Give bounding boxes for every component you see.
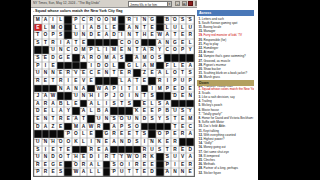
grid-cell[interactable]: E: [72, 100, 80, 108]
grid-cell[interactable]: E: [141, 107, 149, 115]
grid-cell[interactable]: 2A: [42, 16, 50, 24]
grid-cell[interactable]: 36A: [141, 46, 149, 54]
grid-cell[interactable]: 10M: [110, 16, 118, 24]
grid-cell[interactable]: 104H: [49, 138, 57, 146]
grid-cell[interactable]: 16O: [171, 16, 179, 24]
grid-cell[interactable]: A: [80, 168, 88, 176]
grid-cell[interactable]: N: [118, 138, 126, 146]
grid-cell[interactable]: T: [49, 115, 57, 123]
grid-cell[interactable]: L: [80, 138, 88, 146]
down-clue-list[interactable]: 1. Squad whose colors match the New York…: [197, 87, 254, 179]
grid-cell[interactable]: T: [57, 146, 65, 154]
grid-cell[interactable]: 37R: [148, 46, 156, 54]
grid-cell[interactable]: 112D: [186, 146, 194, 154]
grid-cell[interactable]: S: [125, 100, 133, 108]
grid-cell[interactable]: E: [49, 146, 57, 154]
grid-cell[interactable]: 79A: [164, 100, 172, 108]
grid-cell[interactable]: E: [148, 161, 156, 169]
grid-cell[interactable]: 38S: [34, 54, 42, 62]
grid-cell[interactable]: 77E: [141, 100, 149, 108]
grid-cell[interactable]: 48A: [186, 62, 194, 70]
grid-cell[interactable]: 20L: [72, 24, 80, 32]
grid-cell[interactable]: 100O: [156, 130, 164, 138]
grid-cell[interactable]: B: [164, 107, 172, 115]
grid-cell[interactable]: 88U: [95, 115, 103, 123]
grid-cell[interactable]: A: [64, 85, 72, 93]
grid-cell[interactable]: 62W: [95, 85, 103, 93]
grid-cell[interactable]: T: [171, 31, 179, 39]
grid-cell[interactable]: 4L: [57, 16, 65, 24]
grid-cell[interactable]: O: [57, 24, 65, 32]
grid-cell[interactable]: 8O: [95, 16, 103, 24]
clue-item[interactable]: 24. Vampire that's gone swimming?: [197, 54, 254, 58]
grid-cell[interactable]: 118W: [125, 153, 133, 161]
grid-cell[interactable]: R: [80, 161, 88, 169]
grid-cell[interactable]: A: [49, 100, 57, 108]
grid-cell[interactable]: 116T: [110, 153, 118, 161]
grid-cell[interactable]: A: [87, 24, 95, 32]
grid-cell[interactable]: A: [164, 31, 172, 39]
grid-cell[interactable]: N: [171, 168, 179, 176]
grid-cell[interactable]: E: [171, 85, 179, 93]
grid-cell[interactable]: 30A: [156, 39, 164, 47]
grid-cell[interactable]: 90O: [118, 115, 126, 123]
grid-view-button[interactable]: ▦: [182, 1, 187, 6]
grid-cell[interactable]: 111E: [179, 146, 187, 154]
grid-cell[interactable]: K: [148, 153, 156, 161]
grid-cell[interactable]: D: [87, 31, 95, 39]
grid-cell[interactable]: I: [95, 153, 103, 161]
grid-cell[interactable]: M: [148, 62, 156, 70]
grid-cell[interactable]: R: [87, 54, 95, 62]
grid-cell[interactable]: R: [42, 168, 50, 176]
grid-cell[interactable]: E: [118, 46, 126, 54]
grid-cell[interactable]: L: [49, 107, 57, 115]
grid-cell[interactable]: M: [49, 24, 57, 32]
grid-cell[interactable]: E: [186, 85, 194, 93]
grid-cell[interactable]: N: [103, 69, 111, 77]
grid-cell[interactable]: 87A: [72, 115, 80, 123]
grid-cell[interactable]: E: [64, 115, 72, 123]
grid-cell[interactable]: 106N: [95, 138, 103, 146]
grid-cell[interactable]: 124P: [164, 161, 172, 169]
grid-cell[interactable]: N: [133, 92, 141, 100]
grid-cell[interactable]: 78S: [156, 100, 164, 108]
grid-cell[interactable]: 128A: [164, 168, 172, 176]
grid-cell[interactable]: 91U: [125, 115, 133, 123]
grid-cell[interactable]: O: [118, 161, 126, 169]
grid-cell[interactable]: A: [186, 153, 194, 161]
grid-cell[interactable]: E: [87, 130, 95, 138]
grid-cell[interactable]: E: [49, 62, 57, 70]
grid-cell[interactable]: U: [118, 168, 126, 176]
grid-cell[interactable]: T: [49, 77, 57, 85]
grid-cell[interactable]: 53E: [80, 69, 88, 77]
grid-cell[interactable]: 83U: [171, 107, 179, 115]
grid-cell[interactable]: 56A: [156, 69, 164, 77]
grid-cell[interactable]: T: [118, 100, 126, 108]
grid-cell[interactable]: A: [87, 161, 95, 169]
grid-cell[interactable]: 42P: [34, 62, 42, 70]
grid-cell[interactable]: E: [164, 138, 172, 146]
grid-cell[interactable]: 6C: [80, 16, 88, 24]
grid-cell[interactable]: 58L: [118, 77, 126, 85]
grid-cell[interactable]: N: [72, 85, 80, 93]
grid-cell[interactable]: D: [95, 62, 103, 70]
grid-cell[interactable]: 120S: [164, 153, 172, 161]
grid-cell[interactable]: 114H: [72, 153, 80, 161]
grid-cell[interactable]: A: [125, 77, 133, 85]
grid-cell[interactable]: R: [171, 138, 179, 146]
grid-cell[interactable]: O: [133, 39, 141, 47]
grid-cell[interactable]: S: [125, 123, 133, 131]
grid-cell[interactable]: 40A: [80, 54, 88, 62]
grid-cell[interactable]: T: [133, 31, 141, 39]
grid-cell[interactable]: H: [141, 31, 149, 39]
grid-cell[interactable]: R: [49, 39, 57, 47]
grid-cell[interactable]: P: [156, 107, 164, 115]
grid-cell[interactable]: S: [57, 31, 65, 39]
grid-cell[interactable]: O: [148, 54, 156, 62]
grid-cell[interactable]: L: [164, 69, 172, 77]
grid-cell[interactable]: 122O: [72, 161, 80, 169]
grid-cell[interactable]: C: [87, 69, 95, 77]
grid-cell[interactable]: 31U: [49, 46, 57, 54]
grid-cell[interactable]: O: [125, 39, 133, 47]
grid-cell[interactable]: T: [72, 39, 80, 47]
grid-cell[interactable]: R: [57, 77, 65, 85]
grid-cell[interactable]: E: [57, 161, 65, 169]
grid-cell[interactable]: 9O: [103, 16, 111, 24]
grid-cell[interactable]: R: [42, 100, 50, 108]
grid-cell[interactable]: 15B: [164, 16, 172, 24]
grid-cell[interactable]: 11R: [125, 16, 133, 24]
grid-cell[interactable]: 39E: [42, 54, 50, 62]
grid-cell[interactable]: R: [171, 146, 179, 154]
grid-cell[interactable]: M: [103, 54, 111, 62]
grid-cell[interactable]: 69U: [72, 92, 80, 100]
grid-cell[interactable]: 13N: [141, 16, 149, 24]
grid-cell[interactable]: 28A: [64, 39, 72, 47]
grid-cell[interactable]: E: [148, 107, 156, 115]
grid-cell[interactable]: 109R: [87, 146, 95, 154]
grid-cell[interactable]: 75L: [64, 100, 72, 108]
grid-cell[interactable]: I: [125, 92, 133, 100]
grid-cell[interactable]: S: [148, 92, 156, 100]
grid-cell[interactable]: I: [64, 77, 72, 85]
grid-cell[interactable]: 107N: [148, 138, 156, 146]
grid-cell[interactable]: A: [103, 146, 111, 154]
grid-cell[interactable]: E: [64, 54, 72, 62]
grid-cell[interactable]: S: [186, 69, 194, 77]
grid-cell[interactable]: 24U: [72, 31, 80, 39]
grid-cell[interactable]: O: [133, 123, 141, 131]
grid-cell[interactable]: 66J: [34, 92, 42, 100]
grid-cell[interactable]: 59T: [133, 77, 141, 85]
grid-cell[interactable]: L: [133, 62, 141, 70]
grid-cell[interactable]: S: [118, 54, 126, 62]
grid-cell[interactable]: 84S: [179, 107, 187, 115]
grid-cell[interactable]: 63A: [103, 85, 111, 93]
grid-cell[interactable]: 55Z: [141, 69, 149, 77]
grid-cell[interactable]: 86E: [34, 115, 42, 123]
grid-cell[interactable]: 32P: [87, 46, 95, 54]
grid-cell[interactable]: C: [64, 46, 72, 54]
menu-button[interactable]: ≡: [175, 1, 180, 6]
grid-cell[interactable]: O: [64, 138, 72, 146]
grid-cell[interactable]: P: [103, 92, 111, 100]
grid-cell[interactable]: A: [110, 54, 118, 62]
grid-cell[interactable]: 23T: [34, 31, 42, 39]
grid-cell[interactable]: 22L: [164, 24, 172, 32]
grid-cell[interactable]: 93M: [72, 123, 80, 131]
grid-cell[interactable]: N: [103, 115, 111, 123]
grid-cell[interactable]: Z: [49, 123, 57, 131]
grid-cell[interactable]: S: [148, 115, 156, 123]
grid-cell[interactable]: T: [133, 130, 141, 138]
grid-cell[interactable]: E: [57, 123, 65, 131]
grid-cell[interactable]: 115E: [80, 153, 88, 161]
grid-cell[interactable]: 99S: [141, 130, 149, 138]
grid-cell[interactable]: E: [80, 39, 88, 47]
grid-cell[interactable]: E: [110, 24, 118, 32]
grid-cell[interactable]: P: [49, 31, 57, 39]
grid-cell[interactable]: 125P: [34, 168, 42, 176]
grid-cell[interactable]: E: [148, 31, 156, 39]
grid-cell[interactable]: A: [42, 123, 50, 131]
grid-cell[interactable]: N: [49, 69, 57, 77]
grid-cell[interactable]: E: [179, 31, 187, 39]
grid-cell[interactable]: D: [49, 54, 57, 62]
chevron-down-icon[interactable]: ▾: [167, 2, 172, 6]
grid-cell[interactable]: 5P: [72, 16, 80, 24]
grid-cell[interactable]: 72D: [171, 92, 179, 100]
grid-cell[interactable]: T: [42, 39, 50, 47]
grid-cell[interactable]: E: [141, 77, 149, 85]
grid-cell[interactable]: E: [179, 161, 187, 169]
solver-dropdown[interactable]: Jimmy fills in for him ▾: [128, 1, 172, 7]
grid-cell[interactable]: N: [42, 69, 50, 77]
grid-cell[interactable]: Y: [156, 46, 164, 54]
grid-cell[interactable]: 70H: [87, 92, 95, 100]
grid-cell[interactable]: P: [186, 77, 194, 85]
grid-cell[interactable]: T: [133, 168, 141, 176]
grid-cell[interactable]: P: [171, 77, 179, 85]
grid-cell[interactable]: K: [156, 138, 164, 146]
grid-cell[interactable]: L: [87, 107, 95, 115]
grid-cell[interactable]: E: [103, 138, 111, 146]
grid-cell[interactable]: R: [141, 153, 149, 161]
grid-cell[interactable]: 19E: [34, 24, 42, 32]
grid-cell[interactable]: T: [171, 115, 179, 123]
grid-cell[interactable]: 101P: [164, 130, 172, 138]
grid-cell[interactable]: 54E: [118, 69, 126, 77]
grid-cell[interactable]: 57R: [34, 77, 42, 85]
grid-cell[interactable]: 3I: [49, 16, 57, 24]
grid-cell[interactable]: E: [72, 77, 80, 85]
grid-cell[interactable]: 103N: [42, 138, 50, 146]
grid-cell[interactable]: E: [148, 24, 156, 32]
grid-cell[interactable]: 117Y: [118, 153, 126, 161]
grid-cell[interactable]: R: [186, 161, 194, 169]
grid-cell[interactable]: I: [42, 146, 50, 154]
grid-cell[interactable]: D: [125, 138, 133, 146]
grid-cell[interactable]: R: [57, 115, 65, 123]
grid-cell[interactable]: L: [148, 100, 156, 108]
grid-cell[interactable]: N: [57, 46, 65, 54]
grid-cell[interactable]: I: [103, 100, 111, 108]
grid-cell[interactable]: U: [148, 146, 156, 154]
grid-cell[interactable]: 94W: [87, 123, 95, 131]
grid-cell[interactable]: T: [125, 168, 133, 176]
grid-cell[interactable]: E: [42, 77, 50, 85]
grid-cell[interactable]: A: [57, 107, 65, 115]
grid-cell[interactable]: D: [49, 153, 57, 161]
grid-cell[interactable]: I: [141, 138, 149, 146]
grid-cell[interactable]: 65I: [148, 85, 156, 93]
grid-cell[interactable]: R: [125, 69, 133, 77]
grid-cell[interactable]: U: [179, 77, 187, 85]
grid-cell[interactable]: 33L: [95, 46, 103, 54]
grid-cell[interactable]: S: [110, 100, 118, 108]
grid-cell[interactable]: 17S: [179, 16, 187, 24]
grid-cell[interactable]: E: [87, 77, 95, 85]
grid-cell[interactable]: S: [133, 138, 141, 146]
grid-cell[interactable]: E: [148, 69, 156, 77]
grid-cell[interactable]: G: [171, 39, 179, 47]
grid-cell[interactable]: R: [103, 153, 111, 161]
grid-cell[interactable]: U: [171, 153, 179, 161]
grid-cell[interactable]: D: [148, 168, 156, 176]
grid-cell[interactable]: N: [133, 24, 141, 32]
grid-cell[interactable]: E: [64, 146, 72, 154]
grid-cell[interactable]: I: [57, 39, 65, 47]
grid-cell[interactable]: 82K: [133, 107, 141, 115]
grid-cell[interactable]: L: [103, 24, 111, 32]
grid-cell[interactable]: E: [125, 130, 133, 138]
grid-cell[interactable]: O: [103, 62, 111, 70]
grid-cell[interactable]: O: [72, 130, 80, 138]
grid-cell[interactable]: O: [42, 31, 50, 39]
grid-cell[interactable]: G: [57, 54, 65, 62]
grid-cell[interactable]: 102U: [34, 138, 42, 146]
grid-cell[interactable]: 89S: [110, 115, 118, 123]
grid-cell[interactable]: 12I: [133, 16, 141, 24]
grid-cell[interactable]: E: [42, 161, 50, 169]
grid-cell[interactable]: A: [103, 107, 111, 115]
grid-cell[interactable]: D: [87, 153, 95, 161]
grid-cell[interactable]: E: [179, 115, 187, 123]
grid-cell[interactable]: O: [171, 69, 179, 77]
grid-cell[interactable]: R: [95, 123, 103, 131]
grid-cell[interactable]: L: [186, 39, 194, 47]
grid-cell[interactable]: P: [164, 85, 172, 93]
grid-cell[interactable]: E: [49, 168, 57, 176]
grid-cell[interactable]: I: [118, 85, 126, 93]
grid-cell[interactable]: N: [42, 153, 50, 161]
grid-cell[interactable]: D: [179, 85, 187, 93]
grid-cell[interactable]: T: [133, 46, 141, 54]
grid-cell[interactable]: T: [125, 85, 133, 93]
grid-cell[interactable]: 98G: [103, 130, 111, 138]
grid-cell[interactable]: T: [64, 153, 72, 161]
grid-cell[interactable]: 121R: [34, 161, 42, 169]
grid-cell[interactable]: L: [80, 130, 88, 138]
grid-cell[interactable]: U: [171, 24, 179, 32]
grid-cell[interactable]: Y: [156, 115, 164, 123]
grid-cell[interactable]: 105O: [57, 138, 65, 146]
grid-cell[interactable]: 47E: [179, 62, 187, 70]
grid-cell[interactable]: O: [171, 46, 179, 54]
grid-cell[interactable]: A: [110, 138, 118, 146]
grid-cell[interactable]: I: [87, 138, 95, 146]
grid-cell[interactable]: 14G: [148, 16, 156, 24]
grid-cell[interactable]: L: [179, 24, 187, 32]
grid-cell[interactable]: D: [110, 31, 118, 39]
grid-cell[interactable]: M: [80, 46, 88, 54]
grid-cell[interactable]: 61N: [57, 85, 65, 93]
grid-cell[interactable]: I: [95, 92, 103, 100]
grid-cell[interactable]: 119O: [133, 153, 141, 161]
grid-cell[interactable]: 110R: [141, 146, 149, 154]
grid-cell[interactable]: 46L: [171, 62, 179, 70]
grid-cell[interactable]: 127P: [110, 168, 118, 176]
grid-cell[interactable]: 113U: [34, 153, 42, 161]
grid-cell[interactable]: 50E: [57, 69, 65, 77]
grid-cell[interactable]: S: [57, 168, 65, 176]
grid-cell[interactable]: V: [80, 77, 88, 85]
grid-cell[interactable]: 60R: [156, 77, 164, 85]
grid-cell[interactable]: M: [156, 85, 164, 93]
grid-cell[interactable]: 52V: [72, 69, 80, 77]
grid-cell[interactable]: I: [125, 161, 133, 169]
grid-cell[interactable]: E: [118, 130, 126, 138]
grid-cell[interactable]: Y: [186, 46, 194, 54]
grid-cell[interactable]: 43I: [87, 62, 95, 70]
grid-cell[interactable]: R: [179, 130, 187, 138]
grid-cell[interactable]: 49U: [34, 69, 42, 77]
grid-cell[interactable]: E: [141, 168, 149, 176]
grid-cell[interactable]: E: [95, 146, 103, 154]
grid-cell[interactable]: 34I: [103, 46, 111, 54]
grid-cell[interactable]: S: [156, 54, 164, 62]
grid-cell[interactable]: I: [171, 161, 179, 169]
grid-cell[interactable]: N: [42, 115, 50, 123]
grid-cell[interactable]: P: [118, 123, 126, 131]
grid-cell[interactable]: 126W: [72, 168, 80, 176]
grid-cell[interactable]: N: [164, 39, 172, 47]
clue-item[interactable]: 32. Sticker figure: [197, 171, 254, 175]
grid-cell[interactable]: L: [95, 161, 103, 169]
grid-cell[interactable]: 35M: [110, 46, 118, 54]
grid-cell[interactable]: N: [80, 31, 88, 39]
grid-cell[interactable]: 1M: [34, 16, 42, 24]
grid-cell[interactable]: E: [179, 123, 187, 131]
grid-cell[interactable]: N: [125, 31, 133, 39]
grid-cell[interactable]: A: [80, 85, 88, 93]
grid-cell[interactable]: E: [95, 69, 103, 77]
grid-cell[interactable]: M: [186, 115, 194, 123]
grid-cell[interactable]: 85Y: [186, 107, 194, 115]
grid-cell[interactable]: T: [80, 115, 88, 123]
grid-cell[interactable]: 74B: [57, 100, 65, 108]
grid-cell[interactable]: E: [95, 31, 103, 39]
grid-cell[interactable]: E: [179, 39, 187, 47]
grid-cell[interactable]: C: [164, 46, 172, 54]
grid-cell[interactable]: I: [80, 24, 88, 32]
grid-cell[interactable]: T: [110, 69, 118, 77]
grid-cell[interactable]: 67A: [42, 92, 50, 100]
